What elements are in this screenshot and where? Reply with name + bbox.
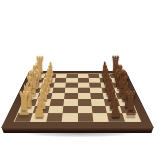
piece-black-pawn-a7[interactable]: ♟ <box>103 95 129 122</box>
piece-white-rook-a1[interactable]: ♜ <box>9 91 40 122</box>
chess-set-photo: ♜♟♟♜♞♟♟♞♝♟♟♝♚♟♟♚♛♟♟♛♝♟♟♝♞♟♟♞♜♟♟♜ <box>0 0 160 160</box>
pieces-layer: ♜♟♟♜♞♟♟♞♝♟♟♝♚♟♟♚♛♟♟♛♝♟♟♝♞♟♟♞♜♟♟♜ <box>0 0 160 160</box>
